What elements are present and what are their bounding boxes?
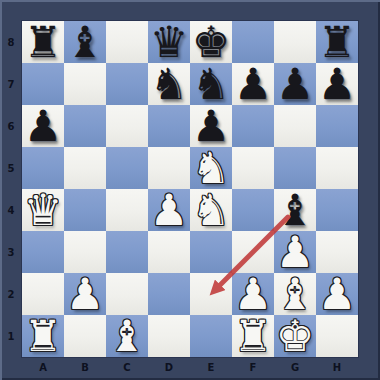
black-pawn-piece[interactable]: ♟: [276, 63, 315, 105]
square-b6[interactable]: [64, 105, 106, 147]
square-a2[interactable]: [22, 273, 64, 315]
square-b5[interactable]: [64, 147, 106, 189]
black-king-piece[interactable]: ♚: [192, 21, 231, 63]
square-a1[interactable]: ♜: [22, 315, 64, 357]
black-pawn-piece[interactable]: ♟: [234, 63, 273, 105]
file-labels: ABCDEFGH: [22, 357, 358, 377]
square-d5[interactable]: [148, 147, 190, 189]
file-label-a: A: [22, 357, 64, 377]
square-e7[interactable]: ♞: [190, 63, 232, 105]
square-a6[interactable]: ♟: [22, 105, 64, 147]
rank-label-4: 4: [0, 189, 22, 231]
rank-label-1: 1: [0, 315, 22, 357]
square-c1[interactable]: ♝: [106, 315, 148, 357]
square-h7[interactable]: ♟: [316, 63, 358, 105]
white-rook-piece[interactable]: ♜: [234, 315, 273, 357]
square-f8[interactable]: [232, 21, 274, 63]
square-g6[interactable]: [274, 105, 316, 147]
file-label-g: G: [274, 357, 316, 377]
white-pawn-piece[interactable]: ♟: [318, 273, 357, 315]
square-c3[interactable]: [106, 231, 148, 273]
rank-labels: 87654321: [0, 21, 22, 357]
black-pawn-piece[interactable]: ♟: [318, 63, 357, 105]
square-h5[interactable]: [316, 147, 358, 189]
square-g7[interactable]: ♟: [274, 63, 316, 105]
square-e6[interactable]: ♟: [190, 105, 232, 147]
rank-label-5: 5: [0, 147, 22, 189]
white-pawn-piece[interactable]: ♟: [276, 231, 315, 273]
square-b3[interactable]: [64, 231, 106, 273]
file-label-b: B: [64, 357, 106, 377]
square-a4[interactable]: ♛: [22, 189, 64, 231]
square-d3[interactable]: [148, 231, 190, 273]
square-b4[interactable]: [64, 189, 106, 231]
black-rook-piece[interactable]: ♜: [24, 21, 63, 63]
square-a5[interactable]: [22, 147, 64, 189]
square-h2[interactable]: ♟: [316, 273, 358, 315]
rank-label-8: 8: [0, 21, 22, 63]
square-f7[interactable]: ♟: [232, 63, 274, 105]
square-g1[interactable]: ♚: [274, 315, 316, 357]
square-h1[interactable]: [316, 315, 358, 357]
rank-label-2: 2: [0, 273, 22, 315]
square-d2[interactable]: [148, 273, 190, 315]
square-f1[interactable]: ♜: [232, 315, 274, 357]
file-label-d: D: [148, 357, 190, 377]
square-d8[interactable]: ♛: [148, 21, 190, 63]
black-queen-piece[interactable]: ♛: [150, 21, 189, 63]
square-f3[interactable]: [232, 231, 274, 273]
chessboard-frame: 87654321 ♜♝♛♚♜♞♞♟♟♟♟♟♞♛♟♞♝♟♟♟♝♟♜♝♜♚ ABCD…: [0, 0, 380, 380]
white-pawn-piece[interactable]: ♟: [234, 273, 273, 315]
file-label-e: E: [190, 357, 232, 377]
rank-label-6: 6: [0, 105, 22, 147]
white-rook-piece[interactable]: ♜: [24, 315, 63, 357]
square-f2[interactable]: ♟: [232, 273, 274, 315]
square-h6[interactable]: [316, 105, 358, 147]
file-label-f: F: [232, 357, 274, 377]
square-g3[interactable]: ♟: [274, 231, 316, 273]
white-pawn-piece[interactable]: ♟: [150, 189, 189, 231]
square-f5[interactable]: [232, 147, 274, 189]
white-knight-piece[interactable]: ♞: [192, 189, 231, 231]
square-e1[interactable]: [190, 315, 232, 357]
square-g5[interactable]: [274, 147, 316, 189]
square-d6[interactable]: [148, 105, 190, 147]
black-knight-piece[interactable]: ♞: [150, 63, 189, 105]
square-b8[interactable]: ♝: [64, 21, 106, 63]
black-rook-piece[interactable]: ♜: [318, 21, 357, 63]
square-a8[interactable]: ♜: [22, 21, 64, 63]
square-h8[interactable]: ♜: [316, 21, 358, 63]
square-a7[interactable]: [22, 63, 64, 105]
square-b1[interactable]: [64, 315, 106, 357]
white-queen-piece[interactable]: ♛: [24, 189, 63, 231]
square-e3[interactable]: [190, 231, 232, 273]
square-c5[interactable]: [106, 147, 148, 189]
black-bishop-piece[interactable]: ♝: [66, 21, 105, 63]
square-c2[interactable]: [106, 273, 148, 315]
square-e5[interactable]: ♞: [190, 147, 232, 189]
file-label-c: C: [106, 357, 148, 377]
square-g8[interactable]: [274, 21, 316, 63]
file-label-h: H: [316, 357, 358, 377]
square-c8[interactable]: [106, 21, 148, 63]
black-knight-piece[interactable]: ♞: [192, 63, 231, 105]
square-b2[interactable]: ♟: [64, 273, 106, 315]
square-e2[interactable]: [190, 273, 232, 315]
square-g2[interactable]: ♝: [274, 273, 316, 315]
square-e4[interactable]: ♞: [190, 189, 232, 231]
square-e8[interactable]: ♚: [190, 21, 232, 63]
square-h3[interactable]: [316, 231, 358, 273]
square-f6[interactable]: [232, 105, 274, 147]
white-bishop-piece[interactable]: ♝: [108, 315, 147, 357]
white-king-piece[interactable]: ♚: [276, 315, 315, 357]
square-c4[interactable]: [106, 189, 148, 231]
square-f4[interactable]: [232, 189, 274, 231]
square-d4[interactable]: ♟: [148, 189, 190, 231]
square-a3[interactable]: [22, 231, 64, 273]
black-pawn-piece[interactable]: ♟: [24, 105, 63, 147]
white-pawn-piece[interactable]: ♟: [66, 273, 105, 315]
square-h4[interactable]: [316, 189, 358, 231]
square-c6[interactable]: [106, 105, 148, 147]
square-g4[interactable]: ♝: [274, 189, 316, 231]
square-b7[interactable]: [64, 63, 106, 105]
black-bishop-piece[interactable]: ♝: [276, 189, 315, 231]
board: ♜♝♛♚♜♞♞♟♟♟♟♟♞♛♟♞♝♟♟♟♝♟♜♝♜♚: [22, 21, 358, 357]
white-knight-piece[interactable]: ♞: [192, 147, 231, 189]
white-bishop-piece[interactable]: ♝: [276, 273, 315, 315]
rank-label-7: 7: [0, 63, 22, 105]
square-c7[interactable]: [106, 63, 148, 105]
square-d7[interactable]: ♞: [148, 63, 190, 105]
black-pawn-piece[interactable]: ♟: [192, 105, 231, 147]
rank-label-3: 3: [0, 231, 22, 273]
square-d1[interactable]: [148, 315, 190, 357]
